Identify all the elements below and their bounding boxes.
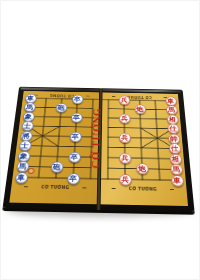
piece-red-31[interactable]: 車	[170, 174, 183, 186]
edge-label-bottom-left: CỜ TƯỚNG	[24, 183, 87, 191]
piece-blue-2[interactable]: 象	[22, 111, 35, 121]
edge-label-text: CỜ TƯỚNG	[41, 184, 69, 189]
piece-red-27[interactable]: 帥	[167, 133, 180, 144]
piece-red-20[interactable]: 兵	[119, 173, 132, 185]
piece-blue-13[interactable]: 卒	[69, 131, 81, 142]
piece-red-18[interactable]: 兵	[119, 132, 131, 143]
piece-blue-15[interactable]: 卒	[67, 173, 80, 185]
edge-label-text: CỜ TƯỚNG	[129, 186, 157, 191]
piece-blue-6[interactable]: 象	[17, 150, 30, 161]
piece-blue-9[interactable]: 砲	[55, 103, 67, 113]
river-label: CỜ TƯỚNG	[88, 106, 104, 170]
piece-red-29[interactable]: 相	[169, 153, 182, 164]
piece-blue-8[interactable]: 車	[14, 172, 28, 184]
piece-red-19[interactable]: 兵	[119, 152, 131, 163]
photo-perspective-scene: CỜ TƯỚNG CỜ TƯỚNG CỜ TƯỚNG CỜ TƯỚNG CỜ T…	[3, 58, 198, 212]
piece-blue-12[interactable]: 卒	[70, 112, 82, 122]
piece-red-16[interactable]: 兵	[118, 95, 129, 104]
piece-blue-4[interactable]: 將	[20, 130, 33, 140]
edge-label-text: CỜ TƯỚNG	[127, 95, 152, 99]
product-photo: CỜ TƯỚNG CỜ TƯỚNG CỜ TƯỚNG CỜ TƯỚNG CỜ T…	[0, 0, 200, 280]
edge-label-bottom-right: CỜ TƯỚNG	[112, 184, 175, 192]
piece-red-21[interactable]: 炮	[134, 104, 146, 114]
piece-blue-10[interactable]: 砲	[50, 161, 63, 172]
piece-blue-14[interactable]: 卒	[68, 151, 81, 162]
piece-red-17[interactable]: 兵	[118, 113, 130, 123]
piece-red-22[interactable]: 炮	[136, 163, 149, 174]
xiangqi-board: CỜ TƯỚNG CỜ TƯỚNG CỜ TƯỚNG CỜ TƯỚNG CỜ T…	[3, 87, 195, 212]
piece-red-25[interactable]: 相	[166, 114, 178, 124]
edge-label-text: CỜ TƯỚNG	[49, 94, 74, 98]
piece-blue-11[interactable]: 卒	[71, 94, 83, 103]
